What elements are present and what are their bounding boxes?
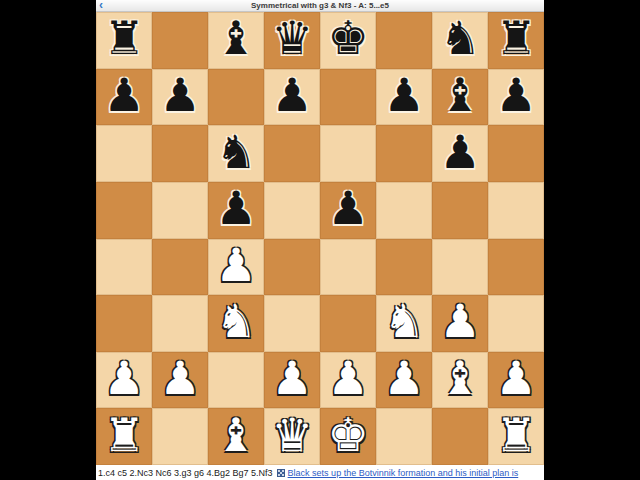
- piece-black-king[interactable]: ♚: [327, 15, 368, 61]
- letterbox-left: [0, 0, 96, 480]
- square-c8[interactable]: ♝: [208, 12, 264, 69]
- piece-white-rook[interactable]: ♜: [495, 412, 536, 458]
- piece-black-bishop[interactable]: ♝: [439, 72, 480, 118]
- piece-white-queen[interactable]: ♛: [271, 412, 312, 458]
- back-button[interactable]: ‹: [99, 0, 103, 11]
- square-h7[interactable]: ♟: [488, 69, 544, 126]
- piece-white-pawn[interactable]: ♟: [495, 355, 536, 401]
- square-a5[interactable]: [96, 182, 152, 239]
- piece-white-pawn[interactable]: ♟: [159, 355, 200, 401]
- square-e7[interactable]: [320, 69, 376, 126]
- piece-black-bishop[interactable]: ♝: [215, 15, 256, 61]
- piece-black-knight[interactable]: ♞: [215, 129, 256, 175]
- move-list-text: 1.c4 c5 2.Nc3 Nc6 3.g3 g6 4.Bg2 Bg7 5.Nf…: [98, 468, 273, 478]
- square-b2[interactable]: ♟: [152, 352, 208, 409]
- square-a8[interactable]: ♜: [96, 12, 152, 69]
- piece-black-rook[interactable]: ♜: [103, 15, 144, 61]
- square-f6[interactable]: [376, 125, 432, 182]
- square-h4[interactable]: [488, 239, 544, 296]
- navigation-bar: ‹ Symmetrical with g3 & Nf3 - A: 5...e5: [96, 0, 544, 12]
- piece-white-pawn[interactable]: ♟: [327, 355, 368, 401]
- piece-black-pawn[interactable]: ♟: [215, 185, 256, 231]
- piece-black-pawn[interactable]: ♟: [383, 72, 424, 118]
- square-g8[interactable]: ♞: [432, 12, 488, 69]
- square-c7[interactable]: [208, 69, 264, 126]
- piece-white-pawn[interactable]: ♟: [215, 242, 256, 288]
- square-d8[interactable]: ♛: [264, 12, 320, 69]
- square-g3[interactable]: ♟: [432, 295, 488, 352]
- square-c6[interactable]: ♞: [208, 125, 264, 182]
- square-g2[interactable]: ♝: [432, 352, 488, 409]
- square-a1[interactable]: ♜: [96, 408, 152, 465]
- letterbox-right: [544, 0, 640, 480]
- app-content: ‹ Symmetrical with g3 & Nf3 - A: 5...e5 …: [96, 0, 544, 480]
- square-f2[interactable]: ♟: [376, 352, 432, 409]
- annotation-link[interactable]: Black sets up the Botvinnik formation an…: [288, 468, 519, 478]
- square-a2[interactable]: ♟: [96, 352, 152, 409]
- piece-black-knight[interactable]: ♞: [439, 15, 480, 61]
- piece-black-pawn[interactable]: ♟: [159, 72, 200, 118]
- square-h5[interactable]: [488, 182, 544, 239]
- piece-white-pawn[interactable]: ♟: [271, 355, 312, 401]
- square-e5[interactable]: ♟: [320, 182, 376, 239]
- square-c2[interactable]: [208, 352, 264, 409]
- square-h6[interactable]: [488, 125, 544, 182]
- move-annotation-bar: 1.c4 c5 2.Nc3 Nc6 3.g3 g6 4.Bg2 Bg7 5.Nf…: [96, 465, 544, 480]
- square-e6[interactable]: [320, 125, 376, 182]
- square-a3[interactable]: [96, 295, 152, 352]
- piece-white-bishop[interactable]: ♝: [215, 412, 256, 458]
- piece-white-pawn[interactable]: ♟: [103, 355, 144, 401]
- square-e1[interactable]: ♚: [320, 408, 376, 465]
- square-d3[interactable]: [264, 295, 320, 352]
- square-a7[interactable]: ♟: [96, 69, 152, 126]
- square-d7[interactable]: ♟: [264, 69, 320, 126]
- square-b3[interactable]: [152, 295, 208, 352]
- square-c3[interactable]: ♞: [208, 295, 264, 352]
- square-h2[interactable]: ♟: [488, 352, 544, 409]
- square-h3[interactable]: [488, 295, 544, 352]
- square-g1[interactable]: [432, 408, 488, 465]
- page-title: Symmetrical with g3 & Nf3 - A: 5...e5: [251, 1, 389, 11]
- piece-white-knight[interactable]: ♞: [215, 298, 256, 344]
- piece-black-pawn[interactable]: ♟: [439, 129, 480, 175]
- square-b8[interactable]: [152, 12, 208, 69]
- chess-board: ♜♝♛♚♞♜♟♟♟♟♝♟♞♟♟♟♟♞♞♟♟♟♟♟♟♝♟♜♝♛♚♜: [96, 12, 544, 465]
- piece-black-rook[interactable]: ♜: [495, 15, 536, 61]
- square-f8[interactable]: [376, 12, 432, 69]
- square-b7[interactable]: ♟: [152, 69, 208, 126]
- piece-black-queen[interactable]: ♛: [271, 15, 312, 61]
- square-b5[interactable]: [152, 182, 208, 239]
- square-e8[interactable]: ♚: [320, 12, 376, 69]
- square-d4[interactable]: [264, 239, 320, 296]
- square-g5[interactable]: [432, 182, 488, 239]
- piece-white-pawn[interactable]: ♟: [439, 298, 480, 344]
- square-b4[interactable]: [152, 239, 208, 296]
- square-g7[interactable]: ♝: [432, 69, 488, 126]
- mini-chessboard-icon: [277, 469, 285, 477]
- square-d5[interactable]: [264, 182, 320, 239]
- square-e2[interactable]: ♟: [320, 352, 376, 409]
- app-window: ‹ Symmetrical with g3 & Nf3 - A: 5...e5 …: [0, 0, 640, 480]
- piece-black-pawn[interactable]: ♟: [327, 185, 368, 231]
- piece-white-rook[interactable]: ♜: [103, 412, 144, 458]
- piece-black-pawn[interactable]: ♟: [271, 72, 312, 118]
- piece-white-bishop[interactable]: ♝: [439, 355, 480, 401]
- square-c5[interactable]: ♟: [208, 182, 264, 239]
- square-d1[interactable]: ♛: [264, 408, 320, 465]
- square-b6[interactable]: [152, 125, 208, 182]
- square-d6[interactable]: [264, 125, 320, 182]
- piece-white-knight[interactable]: ♞: [383, 298, 424, 344]
- square-a6[interactable]: [96, 125, 152, 182]
- piece-black-pawn[interactable]: ♟: [495, 72, 536, 118]
- piece-black-pawn[interactable]: ♟: [103, 72, 144, 118]
- square-f5[interactable]: [376, 182, 432, 239]
- square-f3[interactable]: ♞: [376, 295, 432, 352]
- square-c1[interactable]: ♝: [208, 408, 264, 465]
- square-b1[interactable]: [152, 408, 208, 465]
- square-g6[interactable]: ♟: [432, 125, 488, 182]
- square-d2[interactable]: ♟: [264, 352, 320, 409]
- piece-white-king[interactable]: ♚: [327, 412, 368, 458]
- square-f7[interactable]: ♟: [376, 69, 432, 126]
- square-e4[interactable]: [320, 239, 376, 296]
- square-e3[interactable]: [320, 295, 376, 352]
- square-g4[interactable]: [432, 239, 488, 296]
- square-f4[interactable]: [376, 239, 432, 296]
- square-c4[interactable]: ♟: [208, 239, 264, 296]
- square-f1[interactable]: [376, 408, 432, 465]
- piece-white-pawn[interactable]: ♟: [383, 355, 424, 401]
- square-a4[interactable]: [96, 239, 152, 296]
- square-h8[interactable]: ♜: [488, 12, 544, 69]
- square-h1[interactable]: ♜: [488, 408, 544, 465]
